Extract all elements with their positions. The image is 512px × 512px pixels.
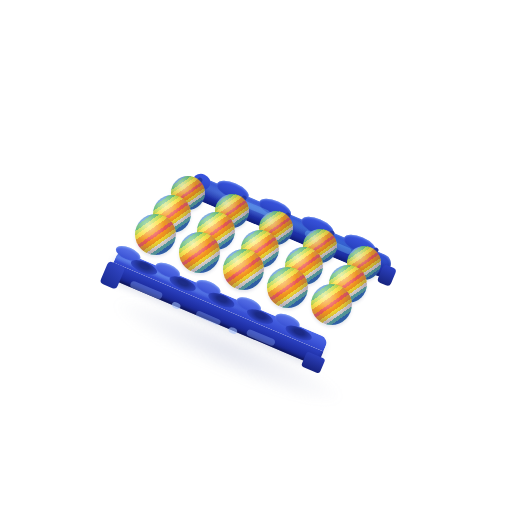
rail-highlight <box>129 280 163 300</box>
product-stage <box>0 0 512 512</box>
rainbow-ball-r2c2[interactable] <box>223 249 264 290</box>
rainbow-ball-r2c1[interactable] <box>179 232 220 273</box>
rainbow-ball-r2c4[interactable] <box>311 284 352 325</box>
rainbow-ball-r2c3[interactable] <box>267 267 308 308</box>
rainbow-ball-r2c0[interactable] <box>135 214 176 255</box>
